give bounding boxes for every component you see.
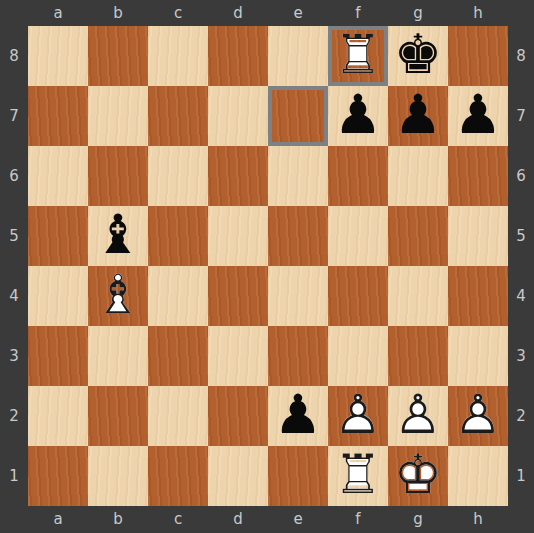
- piece-black-pawn-g7[interactable]: ♟: [388, 86, 448, 146]
- rank-label-6: 6: [0, 146, 28, 206]
- square-e6[interactable]: [268, 146, 328, 206]
- square-f7[interactable]: ♟: [328, 86, 388, 146]
- square-e4[interactable]: [268, 266, 328, 326]
- file-label-a: a: [28, 0, 88, 26]
- rank-label-4: 4: [508, 266, 534, 326]
- square-e8[interactable]: [268, 26, 328, 86]
- white-rook-outline-icon: ♖: [328, 26, 388, 86]
- rank-label-5: 5: [508, 206, 534, 266]
- square-d3[interactable]: [208, 326, 268, 386]
- square-f6[interactable]: [328, 146, 388, 206]
- piece-black-king-g8[interactable]: ♚: [388, 26, 448, 86]
- piece-black-pawn-h7[interactable]: ♟: [448, 86, 508, 146]
- file-label-e: e: [268, 506, 328, 533]
- square-a2[interactable]: [28, 386, 88, 446]
- square-f2[interactable]: ♟♙: [328, 386, 388, 446]
- square-e1[interactable]: [268, 446, 328, 506]
- rank-labels-right: 87654321: [508, 26, 534, 506]
- square-f3[interactable]: [328, 326, 388, 386]
- square-h5[interactable]: [448, 206, 508, 266]
- file-label-h: h: [448, 506, 508, 533]
- piece-white-pawn-g2[interactable]: ♟♙: [388, 386, 448, 446]
- piece-black-bishop-b5[interactable]: ♝: [88, 206, 148, 266]
- white-king-outline-icon: ♔: [388, 446, 448, 506]
- piece-white-pawn-h2[interactable]: ♟♙: [448, 386, 508, 446]
- square-g4[interactable]: [388, 266, 448, 326]
- square-d1[interactable]: [208, 446, 268, 506]
- square-h7[interactable]: ♟: [448, 86, 508, 146]
- square-e2[interactable]: ♟: [268, 386, 328, 446]
- rank-label-7: 7: [508, 86, 534, 146]
- square-b7[interactable]: [88, 86, 148, 146]
- square-a8[interactable]: [28, 26, 88, 86]
- file-label-f: f: [328, 506, 388, 533]
- square-d7[interactable]: [208, 86, 268, 146]
- square-e5[interactable]: [268, 206, 328, 266]
- square-a4[interactable]: [28, 266, 88, 326]
- black-pawn-icon: ♟: [388, 86, 448, 146]
- file-label-b: b: [88, 506, 148, 533]
- square-c8[interactable]: [148, 26, 208, 86]
- rank-label-5: 5: [0, 206, 28, 266]
- black-bishop-icon: ♝: [88, 206, 148, 266]
- file-label-a: a: [28, 506, 88, 533]
- rank-label-7: 7: [0, 86, 28, 146]
- square-a5[interactable]: [28, 206, 88, 266]
- square-h4[interactable]: [448, 266, 508, 326]
- rank-labels-left: 87654321: [0, 26, 28, 506]
- rank-label-6: 6: [508, 146, 534, 206]
- square-b8[interactable]: [88, 26, 148, 86]
- piece-white-king-g1[interactable]: ♚♔: [388, 446, 448, 506]
- square-c1[interactable]: [148, 446, 208, 506]
- square-h8[interactable]: [448, 26, 508, 86]
- square-c2[interactable]: [148, 386, 208, 446]
- square-b4[interactable]: ♝♗: [88, 266, 148, 326]
- square-b6[interactable]: [88, 146, 148, 206]
- file-labels-bottom: abcdefgh: [28, 506, 508, 533]
- piece-black-pawn-f7[interactable]: ♟: [328, 86, 388, 146]
- white-rook-outline-icon: ♖: [328, 446, 388, 506]
- square-a6[interactable]: [28, 146, 88, 206]
- black-pawn-icon: ♟: [328, 86, 388, 146]
- square-a7[interactable]: [28, 86, 88, 146]
- square-g6[interactable]: [388, 146, 448, 206]
- square-a3[interactable]: [28, 326, 88, 386]
- piece-white-pawn-f2[interactable]: ♟♙: [328, 386, 388, 446]
- file-label-c: c: [148, 506, 208, 533]
- black-king-icon: ♚: [388, 26, 448, 86]
- piece-white-rook-f8[interactable]: ♜♖: [328, 26, 388, 86]
- piece-white-rook-f1[interactable]: ♜♖: [328, 446, 388, 506]
- square-d8[interactable]: [208, 26, 268, 86]
- piece-white-bishop-b4[interactable]: ♝♗: [88, 266, 148, 326]
- square-g7[interactable]: ♟: [388, 86, 448, 146]
- square-b1[interactable]: [88, 446, 148, 506]
- white-pawn-outline-icon: ♙: [328, 386, 388, 446]
- square-g5[interactable]: [388, 206, 448, 266]
- square-f8[interactable]: ♜♖: [328, 26, 388, 86]
- chess-board: ♜♖♚♟♟♟♝♝♗♟♟♙♟♙♟♙♜♖♚♔: [28, 26, 508, 506]
- square-a1[interactable]: [28, 446, 88, 506]
- rank-label-8: 8: [0, 26, 28, 86]
- square-b5[interactable]: ♝: [88, 206, 148, 266]
- square-e7[interactable]: [268, 86, 328, 146]
- square-h3[interactable]: [448, 326, 508, 386]
- white-pawn-outline-icon: ♙: [388, 386, 448, 446]
- rank-label-2: 2: [0, 386, 28, 446]
- square-c3[interactable]: [148, 326, 208, 386]
- square-h2[interactable]: ♟♙: [448, 386, 508, 446]
- white-bishop-outline-icon: ♗: [88, 266, 148, 326]
- black-pawn-icon: ♟: [448, 86, 508, 146]
- file-label-g: g: [388, 506, 448, 533]
- square-g3[interactable]: [388, 326, 448, 386]
- square-h1[interactable]: [448, 446, 508, 506]
- rank-label-4: 4: [0, 266, 28, 326]
- rank-label-1: 1: [0, 446, 28, 506]
- piece-black-pawn-e2[interactable]: ♟: [268, 386, 328, 446]
- file-label-b: b: [88, 0, 148, 26]
- file-label-e: e: [268, 0, 328, 26]
- file-label-d: d: [208, 0, 268, 26]
- square-b3[interactable]: [88, 326, 148, 386]
- square-g2[interactable]: ♟♙: [388, 386, 448, 446]
- square-c7[interactable]: [148, 86, 208, 146]
- square-f5[interactable]: [328, 206, 388, 266]
- rank-label-8: 8: [508, 26, 534, 86]
- square-f4[interactable]: [328, 266, 388, 326]
- square-e3[interactable]: [268, 326, 328, 386]
- square-d6[interactable]: [208, 146, 268, 206]
- rank-label-3: 3: [508, 326, 534, 386]
- square-b2[interactable]: [88, 386, 148, 446]
- rank-label-3: 3: [0, 326, 28, 386]
- chess-app: abcdefgh 87654321 ♜♖♚♟♟♟♝♝♗♟♟♙♟♙♟♙♜♖♚♔ 8…: [0, 0, 534, 533]
- square-c6[interactable]: [148, 146, 208, 206]
- rank-label-2: 2: [508, 386, 534, 446]
- square-g8[interactable]: ♚: [388, 26, 448, 86]
- file-label-c: c: [148, 0, 208, 26]
- square-d5[interactable]: [208, 206, 268, 266]
- rank-label-1: 1: [508, 446, 534, 506]
- square-f1[interactable]: ♜♖: [328, 446, 388, 506]
- square-g1[interactable]: ♚♔: [388, 446, 448, 506]
- file-label-h: h: [448, 0, 508, 26]
- square-c4[interactable]: [148, 266, 208, 326]
- file-label-d: d: [208, 506, 268, 533]
- square-d4[interactable]: [208, 266, 268, 326]
- square-h6[interactable]: [448, 146, 508, 206]
- square-d2[interactable]: [208, 386, 268, 446]
- white-pawn-outline-icon: ♙: [448, 386, 508, 446]
- black-pawn-icon: ♟: [268, 386, 328, 446]
- square-c5[interactable]: [148, 206, 208, 266]
